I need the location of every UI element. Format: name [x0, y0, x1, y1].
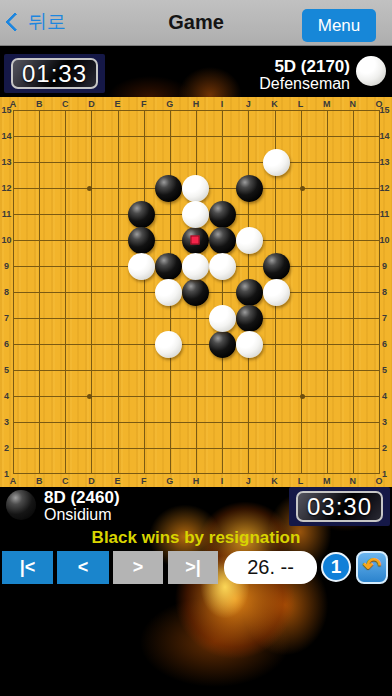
- black-stone-J8: [236, 279, 263, 306]
- white-stone-J6: [236, 331, 263, 358]
- board[interactable]: ABCDEFGHIJKLMNO ABCDEFGHIJKLMNO 15141312…: [0, 97, 392, 487]
- game-result-message: Black wins by resignation: [0, 528, 392, 548]
- white-clock-time: 01:33: [11, 58, 98, 89]
- black-stone-avatar: [6, 490, 36, 520]
- white-player-rank: 5D (2170): [259, 58, 350, 75]
- stones-grid: [0, 97, 392, 487]
- count-badge-label: 1: [331, 556, 342, 578]
- menu-label: Menu: [318, 16, 361, 36]
- go-last-label: >|: [185, 557, 201, 578]
- go-first-move-button[interactable]: |<: [2, 551, 53, 584]
- white-stone-G8: [155, 279, 182, 306]
- black-stone-F11: [128, 201, 155, 228]
- white-stone-avatar: [356, 56, 386, 86]
- black-player-name: Onsidium: [44, 506, 120, 523]
- undo-button[interactable]: ↶: [356, 551, 388, 584]
- black-player-rank: 8D (2460): [44, 489, 120, 506]
- star-point: [300, 394, 305, 399]
- black-stone-I10: [209, 227, 236, 254]
- move-counter: 26. --: [224, 551, 317, 584]
- menu-button[interactable]: Menu: [302, 9, 376, 42]
- next-move-button[interactable]: >: [113, 551, 163, 584]
- white-player-name: Defenseman: [259, 75, 350, 92]
- black-stone-G12: [155, 175, 182, 202]
- white-stone-I7: [209, 305, 236, 332]
- go-last-move-button[interactable]: >|: [168, 551, 218, 584]
- prev-label: <: [78, 557, 89, 578]
- white-player-info: 5D (2170) Defenseman: [259, 58, 350, 92]
- bottom-section: 8D (2460) Onsidium 03:30 Black wins by r…: [0, 487, 392, 696]
- white-stone-K8: [263, 279, 290, 306]
- star-point: [87, 186, 92, 191]
- star-point: [300, 186, 305, 191]
- move-counter-text: 26. --: [247, 556, 294, 579]
- black-stone-H8: [182, 279, 209, 306]
- white-stone-J10: [236, 227, 263, 254]
- black-stone-I6: [209, 331, 236, 358]
- black-stone-K9: [263, 253, 290, 280]
- next-label: >: [133, 557, 144, 578]
- game-screen: 뒤로 Game Menu 01:33 5D (2170) Defenseman …: [0, 0, 392, 696]
- black-clock-time: 03:30: [296, 491, 383, 522]
- black-clock: 03:30: [289, 487, 390, 526]
- white-stone-H9: [182, 253, 209, 280]
- black-stone-I11: [209, 201, 236, 228]
- black-stone-J7: [236, 305, 263, 332]
- black-stone-J12: [236, 175, 263, 202]
- last-move-marker: [191, 236, 200, 245]
- black-stone-H10: [182, 227, 209, 254]
- go-first-label: |<: [20, 557, 36, 578]
- white-stone-K13: [263, 149, 290, 176]
- white-stone-F9: [128, 253, 155, 280]
- star-point: [87, 394, 92, 399]
- nav-bar: 뒤로 Game Menu: [0, 0, 392, 46]
- white-player-bar: 01:33 5D (2170) Defenseman: [0, 45, 392, 97]
- black-stone-G9: [155, 253, 182, 280]
- black-player-info: 8D (2460) Onsidium: [44, 489, 120, 523]
- white-stone-I9: [209, 253, 236, 280]
- white-stone-H12: [182, 175, 209, 202]
- count-badge[interactable]: 1: [321, 552, 351, 582]
- white-stone-H11: [182, 201, 209, 228]
- white-clock: 01:33: [4, 54, 105, 93]
- white-stone-G6: [155, 331, 182, 358]
- undo-arrow-icon: ↶: [363, 555, 381, 577]
- black-stone-F10: [128, 227, 155, 254]
- prev-move-button[interactable]: <: [57, 551, 109, 584]
